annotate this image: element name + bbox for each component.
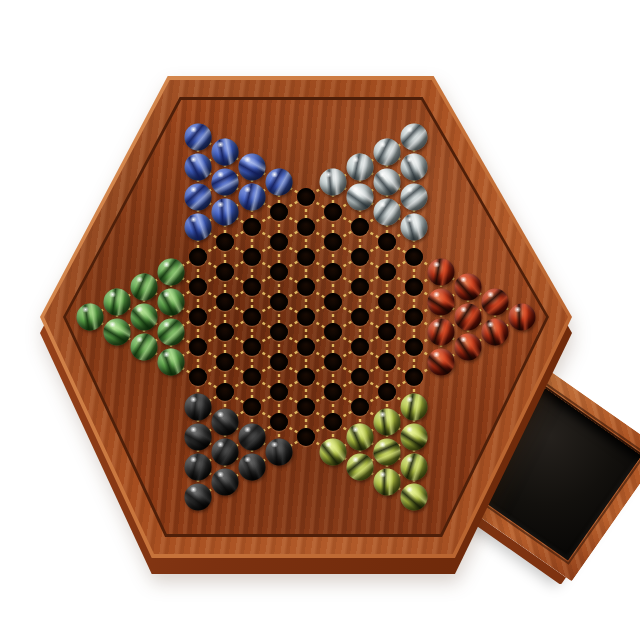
board-hole[interactable] — [189, 248, 207, 266]
marble-gray[interactable] — [374, 139, 401, 166]
board-hole[interactable] — [189, 368, 207, 386]
board-hole[interactable] — [270, 203, 288, 221]
marble-blue[interactable] — [212, 169, 239, 196]
marble-black[interactable] — [212, 469, 239, 496]
marble-black[interactable] — [266, 439, 293, 466]
board-hole[interactable] — [270, 293, 288, 311]
board-hole[interactable] — [297, 188, 315, 206]
marble-red[interactable] — [455, 304, 482, 331]
board-hole[interactable] — [324, 383, 342, 401]
marble-green[interactable] — [131, 304, 158, 331]
board-hole[interactable] — [216, 233, 234, 251]
board-hole[interactable] — [324, 413, 342, 431]
lattice — [66, 100, 546, 534]
marble-black[interactable] — [212, 439, 239, 466]
marble-blue[interactable] — [185, 184, 212, 211]
board-hole[interactable] — [297, 338, 315, 356]
board-hole[interactable] — [297, 398, 315, 416]
board-hole[interactable] — [216, 263, 234, 281]
board — [0, 0, 640, 640]
board-hole[interactable] — [324, 323, 342, 341]
board-hole[interactable] — [270, 233, 288, 251]
board-hole[interactable] — [351, 308, 369, 326]
board-hole[interactable] — [297, 278, 315, 296]
board-hole[interactable] — [243, 248, 261, 266]
marble-blue[interactable] — [185, 154, 212, 181]
marble-black[interactable] — [239, 454, 266, 481]
marble-green[interactable] — [158, 259, 185, 286]
marble-green[interactable] — [77, 304, 104, 331]
board-hole[interactable] — [297, 368, 315, 386]
board-hole[interactable] — [270, 383, 288, 401]
marble-black[interactable] — [185, 484, 212, 511]
board-hole[interactable] — [324, 203, 342, 221]
board-hole[interactable] — [243, 338, 261, 356]
board-hole[interactable] — [270, 353, 288, 371]
marble-red[interactable] — [428, 319, 455, 346]
marble-yellow[interactable] — [374, 469, 401, 496]
marble-green[interactable] — [131, 334, 158, 361]
board-hole[interactable] — [378, 383, 396, 401]
marble-yellow[interactable] — [374, 409, 401, 436]
marble-blue[interactable] — [212, 199, 239, 226]
marble-red[interactable] — [482, 289, 509, 316]
board-hole[interactable] — [405, 278, 423, 296]
board-hole[interactable] — [270, 413, 288, 431]
board-hole[interactable] — [405, 368, 423, 386]
board-hole[interactable] — [243, 368, 261, 386]
marble-yellow[interactable] — [401, 454, 428, 481]
marble-red[interactable] — [455, 274, 482, 301]
board-hole[interactable] — [216, 353, 234, 371]
marble-red[interactable] — [428, 259, 455, 286]
board-hole[interactable] — [378, 233, 396, 251]
board-hole[interactable] — [243, 398, 261, 416]
marble-yellow[interactable] — [347, 424, 374, 451]
board-hole[interactable] — [351, 398, 369, 416]
marble-red[interactable] — [428, 289, 455, 316]
board-hole[interactable] — [243, 278, 261, 296]
board-hole[interactable] — [216, 293, 234, 311]
board-hole[interactable] — [405, 308, 423, 326]
marble-gray[interactable] — [374, 199, 401, 226]
board-hole[interactable] — [378, 293, 396, 311]
marble-green[interactable] — [158, 319, 185, 346]
marble-yellow[interactable] — [347, 454, 374, 481]
marble-blue[interactable] — [266, 169, 293, 196]
marble-green[interactable] — [104, 289, 131, 316]
marble-gray[interactable] — [347, 184, 374, 211]
marble-blue[interactable] — [185, 214, 212, 241]
board-hole[interactable] — [189, 278, 207, 296]
board-hole[interactable] — [216, 383, 234, 401]
board-hole[interactable] — [351, 278, 369, 296]
board-hole[interactable] — [243, 308, 261, 326]
marble-green[interactable] — [158, 349, 185, 376]
board-hole[interactable] — [297, 218, 315, 236]
marble-yellow[interactable] — [374, 439, 401, 466]
board-hole[interactable] — [243, 218, 261, 236]
marble-gray[interactable] — [401, 154, 428, 181]
board-hole[interactable] — [324, 353, 342, 371]
marble-black[interactable] — [185, 454, 212, 481]
marble-blue[interactable] — [239, 184, 266, 211]
board-hole[interactable] — [297, 428, 315, 446]
board-hole[interactable] — [324, 233, 342, 251]
board-hole[interactable] — [405, 338, 423, 356]
marble-yellow[interactable] — [320, 439, 347, 466]
board-hole[interactable] — [405, 248, 423, 266]
board-hole[interactable] — [297, 248, 315, 266]
board-hole[interactable] — [351, 248, 369, 266]
marble-red[interactable] — [482, 319, 509, 346]
board-hole[interactable] — [351, 368, 369, 386]
marble-yellow[interactable] — [401, 484, 428, 511]
marble-gray[interactable] — [320, 169, 347, 196]
board-hole[interactable] — [270, 323, 288, 341]
board-hole[interactable] — [324, 293, 342, 311]
marble-gray[interactable] — [374, 169, 401, 196]
marble-red[interactable] — [509, 304, 536, 331]
marble-red[interactable] — [428, 349, 455, 376]
marble-black[interactable] — [185, 424, 212, 451]
board-hole[interactable] — [378, 353, 396, 371]
board-hole[interactable] — [378, 263, 396, 281]
marble-gray[interactable] — [401, 184, 428, 211]
chinese-checkers-scene — [0, 0, 640, 640]
board-hole[interactable] — [216, 323, 234, 341]
board-hole[interactable] — [297, 308, 315, 326]
marble-gray[interactable] — [401, 214, 428, 241]
board-hole[interactable] — [378, 323, 396, 341]
board-hole[interactable] — [189, 308, 207, 326]
marble-red[interactable] — [455, 334, 482, 361]
marble-green[interactable] — [104, 319, 131, 346]
marble-black[interactable] — [212, 409, 239, 436]
marble-blue[interactable] — [212, 139, 239, 166]
board-hole[interactable] — [351, 338, 369, 356]
marble-green[interactable] — [131, 274, 158, 301]
marble-blue[interactable] — [239, 154, 266, 181]
marble-green[interactable] — [158, 289, 185, 316]
marble-yellow[interactable] — [401, 394, 428, 421]
marble-black[interactable] — [185, 394, 212, 421]
board-hole[interactable] — [351, 218, 369, 236]
marble-black[interactable] — [239, 424, 266, 451]
board-hole[interactable] — [324, 263, 342, 281]
marble-gray[interactable] — [401, 124, 428, 151]
board-hole[interactable] — [189, 338, 207, 356]
board-hole[interactable] — [270, 263, 288, 281]
marble-blue[interactable] — [185, 124, 212, 151]
marble-yellow[interactable] — [401, 424, 428, 451]
marble-gray[interactable] — [347, 154, 374, 181]
